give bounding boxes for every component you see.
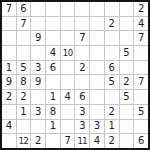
grid-cell-clue[interactable]: 7 — [17, 17, 31, 31]
grid-cell-empty[interactable] — [134, 120, 148, 134]
grid-cell-empty[interactable] — [105, 90, 119, 104]
grid-cell-clue[interactable]: 2 — [75, 61, 89, 75]
grid-cell-clue[interactable]: 1 — [17, 105, 31, 119]
grid-cell-clue[interactable]: 5 — [120, 46, 134, 60]
grid-cell-clue[interactable]: 5 — [134, 105, 148, 119]
grid-cell-empty[interactable] — [105, 2, 119, 16]
grid-cell-empty[interactable] — [90, 31, 104, 45]
grid-cell-empty[interactable] — [46, 2, 60, 16]
grid-cell-empty[interactable] — [120, 105, 134, 119]
grid-cell-clue[interactable]: 6 — [17, 2, 31, 16]
grid-cell-empty[interactable] — [61, 61, 75, 75]
grid-cell-empty[interactable] — [31, 120, 45, 134]
grid-cell-empty[interactable] — [61, 2, 75, 16]
grid-cell-clue[interactable]: 9 — [31, 75, 45, 89]
grid-cell-clue[interactable]: 1 — [46, 90, 60, 104]
grid-cell-clue[interactable]: 10 — [61, 46, 75, 60]
grid-cell-empty[interactable] — [120, 61, 134, 75]
grid-cell-empty[interactable] — [61, 75, 75, 89]
grid-cell-empty[interactable] — [2, 17, 16, 31]
grid-cell-empty[interactable] — [46, 31, 60, 45]
grid-cell-empty[interactable] — [61, 17, 75, 31]
grid-cell-empty[interactable] — [90, 46, 104, 60]
grid-cell-clue[interactable]: 9 — [2, 75, 16, 89]
grid-cell-clue[interactable]: 11 — [75, 134, 89, 148]
grid-cell-empty[interactable] — [90, 105, 104, 119]
grid-cell-empty[interactable] — [120, 17, 134, 31]
grid-cell-clue[interactable]: 1 — [2, 61, 16, 75]
grid-cell-clue[interactable]: 2 — [105, 17, 119, 31]
grid-cell-empty[interactable] — [2, 134, 16, 148]
grid-cell-empty[interactable] — [90, 2, 104, 16]
grid-cell-empty[interactable] — [120, 120, 134, 134]
grid-cell-clue[interactable]: 8 — [46, 105, 60, 119]
grid-cell-empty[interactable] — [105, 46, 119, 60]
grid-cell-empty[interactable] — [31, 46, 45, 60]
grid-cell-clue[interactable]: 7 — [134, 31, 148, 45]
grid-cell-empty[interactable] — [90, 17, 104, 31]
grid-cell-clue[interactable]: 3 — [75, 105, 89, 119]
grid-cell-clue[interactable]: 5 — [120, 90, 134, 104]
grid-cell-empty[interactable] — [105, 31, 119, 45]
grid-cell-empty[interactable] — [75, 46, 89, 60]
grid-cell-clue[interactable]: 7 — [75, 31, 89, 45]
grid-cell-clue[interactable]: 2 — [105, 105, 119, 119]
grid-cell-empty[interactable] — [61, 105, 75, 119]
grid-cell-clue[interactable]: 6 — [75, 90, 89, 104]
grid-cell-empty[interactable] — [134, 61, 148, 75]
grid-cell-clue[interactable]: 2 — [134, 2, 148, 16]
grid-cell-empty[interactable] — [31, 2, 45, 16]
grid-cell-clue[interactable]: 4 — [2, 120, 16, 134]
grid-cell-clue[interactable]: 6 — [134, 134, 148, 148]
grid-cell-empty[interactable] — [2, 105, 16, 119]
grid-cell-empty[interactable] — [75, 2, 89, 16]
grid-cell-clue[interactable]: 1 — [46, 120, 60, 134]
grid-cell-empty[interactable] — [120, 2, 134, 16]
grid-cell-empty[interactable] — [61, 31, 75, 45]
grid-cell-empty[interactable] — [46, 75, 60, 89]
grid-cell-empty[interactable] — [120, 134, 134, 148]
grid-cell-clue[interactable]: 7 — [2, 2, 16, 16]
grid-cell-empty[interactable] — [17, 31, 31, 45]
grid-cell-clue[interactable]: 7 — [61, 134, 75, 148]
grid-cell-clue[interactable]: 12 — [17, 134, 31, 148]
grid-cell-empty[interactable] — [90, 61, 104, 75]
grid-cell-clue[interactable]: 2 — [17, 90, 31, 104]
grid-cell-clue[interactable]: 3 — [31, 105, 45, 119]
grid-cell-clue[interactable]: 5 — [17, 61, 31, 75]
grid-cell-empty[interactable] — [75, 75, 89, 89]
grid-cell-clue[interactable]: 2 — [120, 75, 134, 89]
fillomino-board: 7627249774105153626989527221465138325413… — [0, 0, 150, 150]
grid-cell-clue[interactable]: 8 — [17, 75, 31, 89]
grid-cell-clue[interactable]: 7 — [134, 75, 148, 89]
grid-cell-empty[interactable] — [75, 17, 89, 31]
grid-cell-clue[interactable]: 9 — [31, 31, 45, 45]
puzzle-window: 7627249774105153626989527221465138325413… — [0, 0, 150, 150]
grid-cell-empty[interactable] — [61, 120, 75, 134]
grid-cell-empty[interactable] — [17, 46, 31, 60]
grid-cell-empty[interactable] — [31, 90, 45, 104]
grid-cell-empty[interactable] — [120, 31, 134, 45]
grid-cell-empty[interactable] — [134, 46, 148, 60]
grid-cell-empty[interactable] — [46, 17, 60, 31]
grid-cell-empty[interactable] — [90, 90, 104, 104]
grid-cell-clue[interactable]: 3 — [31, 61, 45, 75]
grid-cell-clue[interactable]: 2 — [31, 134, 45, 148]
grid-cell-clue[interactable]: 6 — [46, 61, 60, 75]
grid-cell-clue[interactable]: 3 — [75, 120, 89, 134]
grid-cell-clue[interactable]: 4 — [134, 17, 148, 31]
grid-cell-clue[interactable]: 4 — [46, 46, 60, 60]
grid-cell-clue[interactable]: 4 — [61, 90, 75, 104]
grid-cell-empty[interactable] — [31, 17, 45, 31]
grid-cell-clue[interactable]: 2 — [105, 134, 119, 148]
grid-cell-clue[interactable]: 3 — [90, 120, 104, 134]
grid-cell-empty[interactable] — [134, 90, 148, 104]
grid-cell-empty[interactable] — [90, 75, 104, 89]
grid-cell-clue[interactable]: 6 — [105, 61, 119, 75]
grid-cell-clue[interactable]: 2 — [2, 90, 16, 104]
grid-cell-empty[interactable] — [2, 31, 16, 45]
grid-cell-empty[interactable] — [46, 134, 60, 148]
grid-cell-empty[interactable] — [2, 46, 16, 60]
grid-cell-empty[interactable] — [17, 120, 31, 134]
grid-cell-clue[interactable]: 1 — [105, 120, 119, 134]
grid-cell-clue[interactable]: 4 — [90, 134, 104, 148]
grid-cell-clue[interactable]: 5 — [105, 75, 119, 89]
